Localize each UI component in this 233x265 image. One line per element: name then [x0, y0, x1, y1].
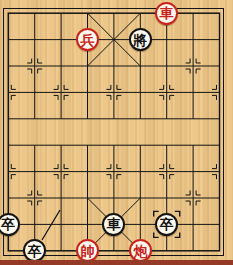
move-indicator-line: [42, 210, 60, 240]
piece-red-chariot[interactable]: 車: [155, 2, 178, 25]
piece-black-soldier-b[interactable]: 卒: [155, 213, 178, 236]
xiangqi-board[interactable]: 車兵將卒車卒卒帥炮: [0, 0, 233, 265]
piece-red-cannon[interactable]: 炮: [129, 239, 152, 262]
piece-black-general[interactable]: 將: [129, 28, 152, 51]
bottom-edge-strip: [0, 260, 233, 265]
piece-red-soldier[interactable]: 兵: [76, 28, 99, 51]
